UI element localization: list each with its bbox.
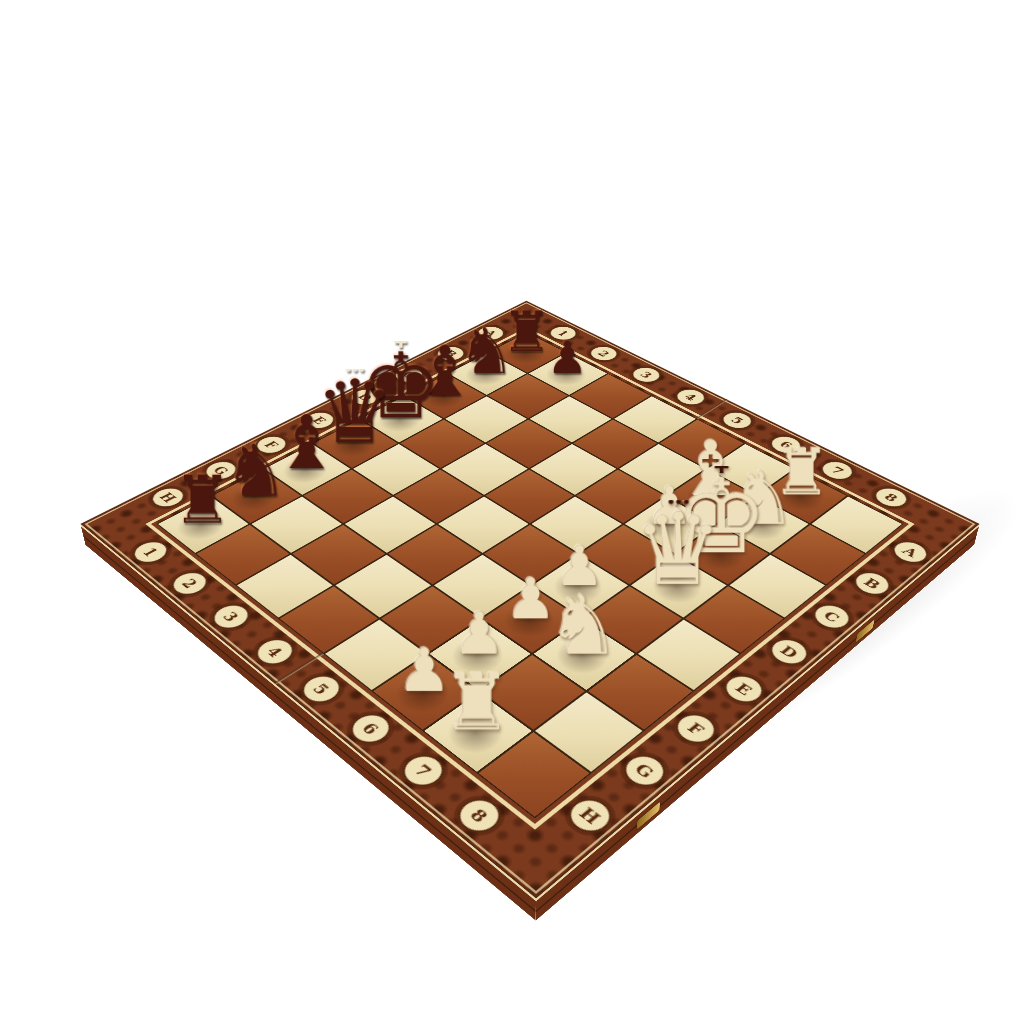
piece-light-rook: ♜ xyxy=(442,664,512,742)
piece-light-pawn: ♟ xyxy=(453,605,505,663)
king-cross-finial: ✚ xyxy=(714,458,730,476)
queen-coronet-tips: ••• xyxy=(666,495,689,509)
queen-coronet-tips: ••• xyxy=(345,364,365,376)
king-cross-finial: ✚ xyxy=(394,334,408,350)
chess-board: ♜♟♜♞♝♞♝♟♚✚♚✚♛•••♛•••♟♝♟♞♞♟♜♟♜ AA11BB22CC… xyxy=(80,301,979,899)
piece-light-knight: ♞ xyxy=(546,583,620,666)
piece-light-queen: ♛••• xyxy=(633,501,722,600)
piece-dark-rook: ♜ xyxy=(173,468,232,534)
product-photo-scene: ♜♟♜♞♝♞♝♟♚✚♚✚♛•••♛•••♟♝♟♞♞♟♜♟♜ AA11BB22CC… xyxy=(0,0,1024,1024)
